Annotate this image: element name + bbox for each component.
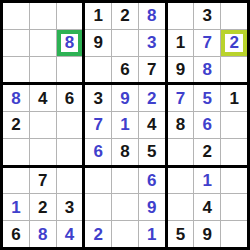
cell-r8c5[interactable] — [112, 194, 138, 220]
cell-r2c4[interactable]: 9 — [85, 30, 111, 56]
cell-r4c3[interactable]: 6 — [57, 85, 83, 111]
cell-r7c9[interactable] — [221, 168, 247, 194]
cell-r7c1[interactable] — [3, 168, 29, 194]
cell-r1c2[interactable] — [30, 3, 56, 29]
cell-r8c7[interactable] — [168, 194, 194, 220]
cell-r3c3[interactable] — [57, 57, 83, 83]
cell-r6c7[interactable] — [168, 139, 194, 165]
box-9: 1459 — [168, 168, 247, 247]
cell-r3c6[interactable]: 7 — [139, 57, 165, 83]
cell-r4c2[interactable]: 4 — [30, 85, 56, 111]
cell-r3c8[interactable]: 8 — [194, 57, 220, 83]
cell-r1c5[interactable]: 2 — [112, 3, 138, 29]
cell-r5c4[interactable]: 7 — [85, 112, 111, 138]
cell-r6c4[interactable]: 6 — [85, 139, 111, 165]
cell-r1c6[interactable]: 8 — [139, 3, 165, 29]
cell-r2c6[interactable]: 3 — [139, 30, 165, 56]
cell-r4c6[interactable]: 2 — [139, 85, 165, 111]
cell-r7c3[interactable] — [57, 168, 83, 194]
cell-r7c5[interactable] — [112, 168, 138, 194]
cell-r8c1[interactable]: 1 — [3, 194, 29, 220]
cell-r6c3[interactable] — [57, 139, 83, 165]
cell-r5c3[interactable] — [57, 112, 83, 138]
cell-r7c2[interactable]: 7 — [30, 168, 56, 194]
cell-r5c2[interactable] — [30, 112, 56, 138]
cell-r6c9[interactable] — [221, 139, 247, 165]
cell-r2c9-yellow-green-frame[interactable]: 2 — [221, 30, 247, 56]
cell-r7c7[interactable] — [168, 168, 194, 194]
cell-r9c5[interactable] — [112, 221, 138, 247]
cell-r1c7[interactable] — [168, 3, 194, 29]
cell-r4c4[interactable]: 3 — [85, 85, 111, 111]
box-6: 751862 — [168, 85, 247, 164]
cell-r1c9[interactable] — [221, 3, 247, 29]
cell-r7c8[interactable]: 1 — [194, 168, 220, 194]
cell-r8c2[interactable]: 2 — [30, 194, 56, 220]
cell-r5c7[interactable]: 8 — [168, 112, 194, 138]
cell-r9c2[interactable]: 8 — [30, 221, 56, 247]
cell-r6c6[interactable]: 5 — [139, 139, 165, 165]
box-4: 8462 — [3, 85, 82, 164]
cell-r2c1[interactable] — [3, 30, 29, 56]
cell-r1c3[interactable] — [57, 3, 83, 29]
cell-r9c7[interactable]: 5 — [168, 221, 194, 247]
cell-r5c9[interactable] — [221, 112, 247, 138]
cell-r1c1[interactable] — [3, 3, 29, 29]
cell-r6c5[interactable]: 8 — [112, 139, 138, 165]
box-2: 1289367 — [85, 3, 164, 82]
box-7: 7123684 — [3, 168, 82, 247]
cell-r9c8[interactable]: 9 — [194, 221, 220, 247]
cell-r7c4[interactable] — [85, 168, 111, 194]
cell-r4c9[interactable]: 1 — [221, 85, 247, 111]
cell-r8c3[interactable]: 3 — [57, 194, 83, 220]
sudoku-app: 8128936731729884623927146857518627123684… — [0, 0, 250, 250]
box-1: 8 — [3, 3, 82, 82]
cell-r2c2[interactable] — [30, 30, 56, 56]
cell-r1c8[interactable]: 3 — [194, 3, 220, 29]
cell-r3c9[interactable] — [221, 57, 247, 83]
cell-r8c8[interactable]: 4 — [194, 194, 220, 220]
cell-r4c7[interactable]: 7 — [168, 85, 194, 111]
cell-r3c1[interactable] — [3, 57, 29, 83]
cell-r5c6[interactable]: 4 — [139, 112, 165, 138]
cell-r6c1[interactable] — [3, 139, 29, 165]
cell-r2c5[interactable] — [112, 30, 138, 56]
cell-r6c8[interactable]: 2 — [194, 139, 220, 165]
cell-r4c1[interactable]: 8 — [3, 85, 29, 111]
box-3: 317298 — [168, 3, 247, 82]
cell-r3c4[interactable] — [85, 57, 111, 83]
cell-r4c5[interactable]: 9 — [112, 85, 138, 111]
cell-r3c7[interactable]: 9 — [168, 57, 194, 83]
cell-r5c5[interactable]: 1 — [112, 112, 138, 138]
cell-r4c8[interactable]: 5 — [194, 85, 220, 111]
cell-r8c6[interactable]: 9 — [139, 194, 165, 220]
cell-r3c2[interactable] — [30, 57, 56, 83]
cell-r9c6[interactable]: 1 — [139, 221, 165, 247]
box-8: 6921 — [85, 168, 164, 247]
sudoku-board: 8128936731729884623927146857518627123684… — [0, 0, 250, 250]
cell-r8c9[interactable] — [221, 194, 247, 220]
cell-r7c6[interactable]: 6 — [139, 168, 165, 194]
cell-r9c9[interactable] — [221, 221, 247, 247]
cell-r6c2[interactable] — [30, 139, 56, 165]
cell-r5c1[interactable]: 2 — [3, 112, 29, 138]
cell-r1c4[interactable]: 1 — [85, 3, 111, 29]
cell-r9c3[interactable]: 4 — [57, 221, 83, 247]
cell-r5c8[interactable]: 6 — [194, 112, 220, 138]
cell-r3c5[interactable]: 6 — [112, 57, 138, 83]
cell-r2c3-green-frame[interactable]: 8 — [57, 30, 83, 56]
cell-r8c4[interactable] — [85, 194, 111, 220]
cell-r9c1[interactable]: 6 — [3, 221, 29, 247]
cell-r2c8[interactable]: 7 — [194, 30, 220, 56]
box-5: 392714685 — [85, 85, 164, 164]
cell-r2c7[interactable]: 1 — [168, 30, 194, 56]
cell-r9c4[interactable]: 2 — [85, 221, 111, 247]
